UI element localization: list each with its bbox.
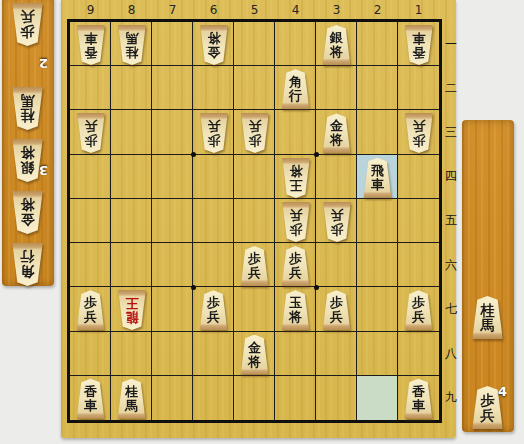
- sente-pawn[interactable]: 歩兵: [76, 290, 106, 330]
- sente-gold[interactable]: 金将: [240, 335, 270, 375]
- sente-pawn[interactable]: 歩兵: [322, 290, 352, 330]
- file-label: 1: [398, 1, 439, 19]
- rank-label: 一: [443, 22, 459, 66]
- gote-pawn[interactable]: 歩兵: [404, 113, 434, 153]
- file-labels: 987654321: [70, 1, 439, 19]
- rank-labels: 一二三四五六七八九: [443, 22, 459, 420]
- gote-hand-count: 3: [39, 163, 48, 178]
- gote-pawn[interactable]: 歩兵: [199, 113, 229, 153]
- shogi-board: 987654321 香車桂馬金将銀将香車角行歩兵歩兵歩兵金将歩兵王将飛車歩兵歩兵…: [61, 0, 456, 438]
- sente-rook[interactable]: 飛車: [363, 158, 393, 198]
- rank-label: 四: [443, 155, 459, 199]
- sente-knight[interactable]: 桂馬: [117, 379, 147, 419]
- rank-label: 六: [443, 243, 459, 287]
- sente-pawn[interactable]: 歩兵: [240, 246, 270, 286]
- rank-label: 三: [443, 110, 459, 154]
- sente-hand-count: 4: [498, 384, 507, 399]
- file-label: 2: [357, 1, 398, 19]
- gote-bishop[interactable]: 角行: [11, 243, 44, 286]
- gote-gold[interactable]: 金将: [11, 191, 44, 234]
- sente-lance[interactable]: 香車: [404, 379, 434, 419]
- sente-pawn[interactable]: 歩兵: [199, 290, 229, 330]
- sente-lance[interactable]: 香車: [76, 379, 106, 419]
- gote-captured-stand: 歩兵2桂馬銀将3金将角行: [2, 0, 54, 286]
- pieces-layer: 香車桂馬金将銀将香車角行歩兵歩兵歩兵金将歩兵王将飛車歩兵歩兵歩兵歩兵歩兵龍王歩兵…: [70, 22, 439, 420]
- rank-label: 二: [443, 66, 459, 110]
- gote-pawn[interactable]: 歩兵: [11, 3, 44, 46]
- rank-label: 八: [443, 332, 459, 376]
- sente-pawn[interactable]: 歩兵: [281, 246, 311, 286]
- file-label: 3: [316, 1, 357, 19]
- sente-king[interactable]: 玉将: [281, 290, 311, 330]
- sente-pawn[interactable]: 歩兵: [404, 290, 434, 330]
- sente-bishop[interactable]: 角行: [281, 69, 311, 109]
- gote-lance[interactable]: 香車: [404, 25, 434, 65]
- gote-gold[interactable]: 金将: [199, 25, 229, 65]
- file-label: 7: [152, 1, 193, 19]
- sente-knight[interactable]: 桂馬: [471, 296, 504, 339]
- rank-label: 九: [443, 376, 459, 420]
- gote-pawn[interactable]: 歩兵: [240, 113, 270, 153]
- gote-lance[interactable]: 香車: [76, 25, 106, 65]
- sente-captured-stand: 桂馬歩兵4: [462, 120, 514, 432]
- gote-knight[interactable]: 桂馬: [117, 25, 147, 65]
- gote-king[interactable]: 王将: [281, 158, 311, 198]
- gote-pawn[interactable]: 歩兵: [322, 202, 352, 242]
- file-label: 8: [111, 1, 152, 19]
- sente-gold[interactable]: 金将: [322, 113, 352, 153]
- gote-knight[interactable]: 桂馬: [11, 87, 44, 130]
- sente-silver[interactable]: 銀将: [322, 25, 352, 65]
- file-label: 5: [234, 1, 275, 19]
- file-label: 6: [193, 1, 234, 19]
- rank-label: 七: [443, 287, 459, 331]
- file-label: 9: [70, 1, 111, 19]
- gote-hand-count: 2: [39, 56, 48, 71]
- rank-label: 五: [443, 199, 459, 243]
- gote-dragon-promoted[interactable]: 龍王: [117, 290, 147, 330]
- gote-pawn[interactable]: 歩兵: [76, 113, 106, 153]
- file-label: 4: [275, 1, 316, 19]
- gote-pawn[interactable]: 歩兵: [281, 202, 311, 242]
